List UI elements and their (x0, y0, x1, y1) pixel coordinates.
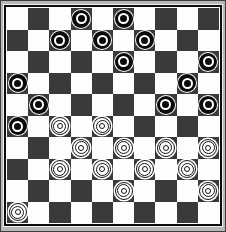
square-dark[interactable] (113, 8, 134, 30)
black-man[interactable] (199, 53, 217, 71)
square-light (49, 51, 70, 73)
square-light (28, 30, 49, 52)
square-dark[interactable] (113, 180, 134, 202)
square-dark[interactable] (177, 202, 198, 224)
square-dark[interactable] (92, 202, 113, 224)
white-man[interactable] (72, 139, 90, 157)
square-light (134, 180, 155, 202)
square-dark[interactable] (71, 8, 92, 30)
square-light (134, 51, 155, 73)
square-light (71, 30, 92, 52)
square-light (113, 116, 134, 138)
black-man[interactable] (157, 96, 175, 114)
square-light (113, 202, 134, 224)
square-dark[interactable] (155, 137, 176, 159)
square-dark[interactable] (134, 116, 155, 138)
square-light (71, 116, 92, 138)
square-light (28, 202, 49, 224)
square-dark[interactable] (134, 30, 155, 52)
board-frame (4, 5, 222, 226)
square-dark[interactable] (155, 180, 176, 202)
board-grid (7, 8, 219, 223)
square-light (71, 202, 92, 224)
white-man[interactable] (51, 117, 69, 135)
square-dark[interactable] (28, 94, 49, 116)
square-light (49, 180, 70, 202)
square-dark[interactable] (134, 159, 155, 181)
square-dark[interactable] (71, 180, 92, 202)
square-light (28, 116, 49, 138)
square-dark[interactable] (49, 202, 70, 224)
square-light (49, 137, 70, 159)
square-dark[interactable] (7, 30, 28, 52)
white-man[interactable] (199, 182, 217, 200)
square-dark[interactable] (113, 137, 134, 159)
square-dark[interactable] (49, 30, 70, 52)
square-dark[interactable] (7, 116, 28, 138)
square-light (155, 73, 176, 95)
square-dark[interactable] (198, 137, 219, 159)
draughts-diagram (0, 0, 226, 232)
black-man[interactable] (115, 53, 133, 71)
square-light (113, 30, 134, 52)
square-dark[interactable] (113, 94, 134, 116)
square-light (7, 137, 28, 159)
square-dark[interactable] (7, 159, 28, 181)
square-light (177, 8, 198, 30)
square-dark[interactable] (7, 73, 28, 95)
square-light (7, 94, 28, 116)
black-man[interactable] (115, 10, 133, 28)
square-dark[interactable] (113, 51, 134, 73)
square-dark[interactable] (92, 30, 113, 52)
square-dark[interactable] (71, 51, 92, 73)
square-light (198, 202, 219, 224)
square-dark[interactable] (134, 73, 155, 95)
black-man[interactable] (9, 117, 27, 135)
square-dark[interactable] (28, 180, 49, 202)
square-dark[interactable] (177, 30, 198, 52)
white-man[interactable] (51, 160, 69, 178)
square-light (177, 51, 198, 73)
square-dark[interactable] (92, 73, 113, 95)
square-dark[interactable] (198, 180, 219, 202)
square-dark[interactable] (155, 51, 176, 73)
square-dark[interactable] (92, 159, 113, 181)
square-light (134, 94, 155, 116)
square-dark[interactable] (7, 202, 28, 224)
white-man[interactable] (199, 139, 217, 157)
black-man[interactable] (136, 31, 154, 49)
square-light (198, 30, 219, 52)
black-man[interactable] (30, 96, 48, 114)
black-man[interactable] (199, 96, 217, 114)
square-light (28, 73, 49, 95)
square-light (7, 180, 28, 202)
square-light (134, 8, 155, 30)
square-dark[interactable] (71, 137, 92, 159)
white-man[interactable] (9, 203, 27, 221)
square-light (113, 159, 134, 181)
square-dark[interactable] (49, 116, 70, 138)
square-light (177, 180, 198, 202)
square-light (155, 202, 176, 224)
square-dark[interactable] (49, 73, 70, 95)
square-light (198, 116, 219, 138)
square-dark[interactable] (71, 94, 92, 116)
square-dark[interactable] (28, 137, 49, 159)
square-light (92, 8, 113, 30)
black-man[interactable] (93, 31, 111, 49)
black-man[interactable] (9, 74, 27, 92)
white-man[interactable] (178, 160, 196, 178)
black-man[interactable] (178, 74, 196, 92)
square-light (49, 8, 70, 30)
square-light (28, 159, 49, 181)
square-light (134, 137, 155, 159)
white-man[interactable] (115, 182, 133, 200)
square-light (92, 94, 113, 116)
square-dark[interactable] (177, 116, 198, 138)
square-dark[interactable] (198, 8, 219, 30)
square-light (92, 51, 113, 73)
square-light (155, 116, 176, 138)
square-light (92, 180, 113, 202)
square-dark[interactable] (92, 116, 113, 138)
square-dark[interactable] (49, 159, 70, 181)
square-dark[interactable] (177, 73, 198, 95)
square-light (7, 51, 28, 73)
white-man[interactable] (157, 139, 175, 157)
square-dark[interactable] (198, 51, 219, 73)
square-light (7, 8, 28, 30)
square-dark[interactable] (28, 8, 49, 30)
square-light (198, 159, 219, 181)
square-dark[interactable] (155, 94, 176, 116)
square-light (155, 159, 176, 181)
square-light (113, 73, 134, 95)
square-light (49, 94, 70, 116)
white-man[interactable] (93, 160, 111, 178)
square-light (71, 73, 92, 95)
white-man[interactable] (115, 139, 133, 157)
square-dark[interactable] (198, 94, 219, 116)
square-dark[interactable] (134, 202, 155, 224)
square-light (177, 94, 198, 116)
square-light (92, 137, 113, 159)
white-man[interactable] (93, 117, 111, 135)
black-man[interactable] (51, 31, 69, 49)
square-dark[interactable] (28, 51, 49, 73)
square-dark[interactable] (155, 8, 176, 30)
square-light (198, 73, 219, 95)
square-light (177, 137, 198, 159)
square-light (155, 30, 176, 52)
black-man[interactable] (72, 10, 90, 28)
square-dark[interactable] (177, 159, 198, 181)
square-light (71, 159, 92, 181)
white-man[interactable] (136, 160, 154, 178)
